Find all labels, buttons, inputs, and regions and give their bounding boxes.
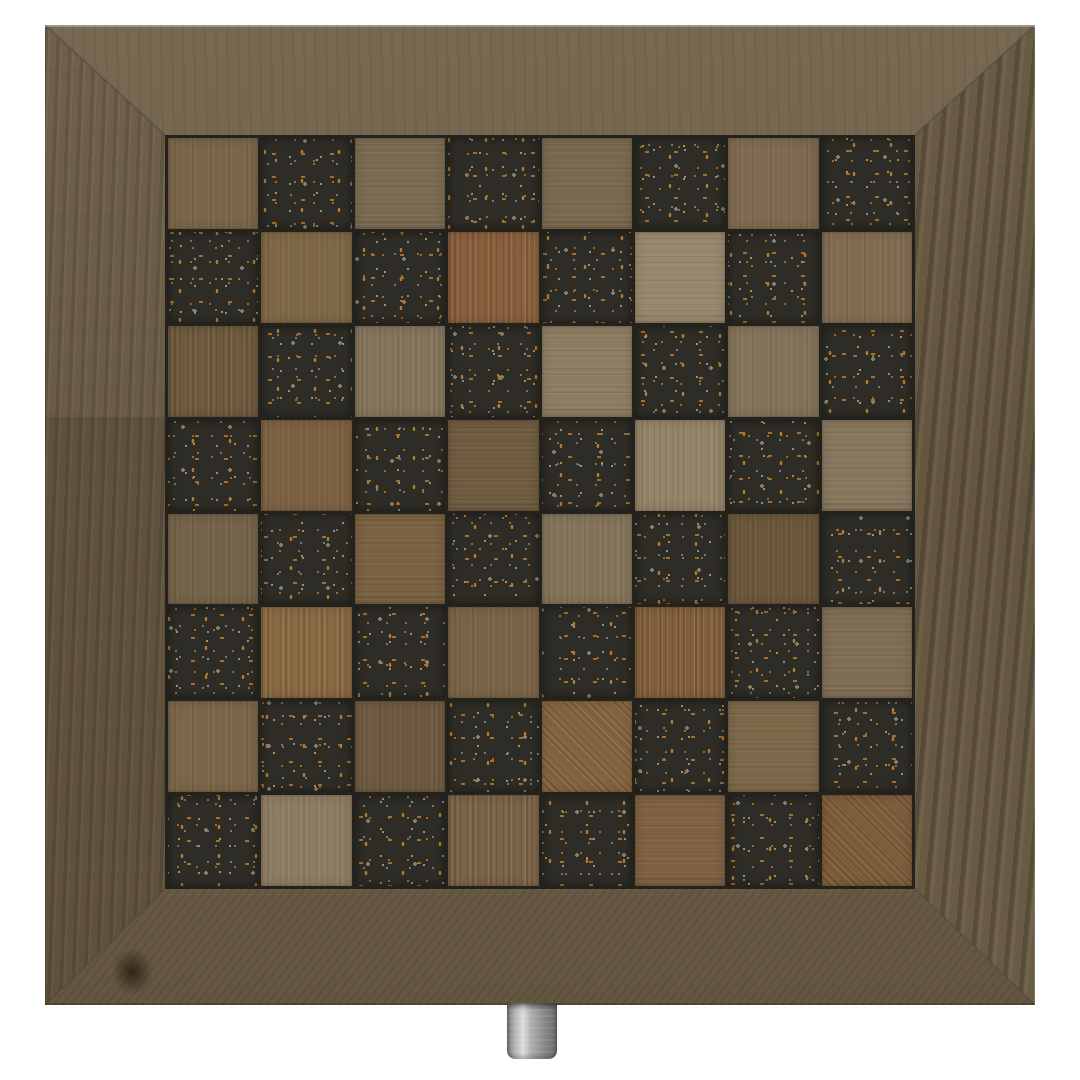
playing-area: [165, 135, 915, 889]
square-g5: [728, 420, 818, 511]
square-b3: [261, 607, 351, 698]
square-a5: [168, 420, 258, 511]
square-c7: [355, 232, 445, 323]
square-c5: [355, 420, 445, 511]
square-f7: [635, 232, 725, 323]
square-a3: [168, 607, 258, 698]
square-h5: [822, 420, 912, 511]
square-g3: [728, 607, 818, 698]
square-d1: [448, 795, 538, 886]
square-e7: [542, 232, 632, 323]
square-g4: [728, 514, 818, 605]
square-h7: [822, 232, 912, 323]
square-d5: [448, 420, 538, 511]
board-photo: [0, 0, 1080, 1080]
square-e3: [542, 607, 632, 698]
square-a8: [168, 138, 258, 229]
square-d3: [448, 607, 538, 698]
square-a2: [168, 701, 258, 792]
square-c4: [355, 514, 445, 605]
square-f2: [635, 701, 725, 792]
square-e2: [542, 701, 632, 792]
square-f5: [635, 420, 725, 511]
square-a4: [168, 514, 258, 605]
square-g1: [728, 795, 818, 886]
square-d8: [448, 138, 538, 229]
square-d4: [448, 514, 538, 605]
square-c1: [355, 795, 445, 886]
square-f6: [635, 326, 725, 417]
square-d6: [448, 326, 538, 417]
drawer-knob: [507, 1003, 557, 1059]
square-e4: [542, 514, 632, 605]
square-f1: [635, 795, 725, 886]
square-g7: [728, 232, 818, 323]
square-h6: [822, 326, 912, 417]
square-c3: [355, 607, 445, 698]
square-h2: [822, 701, 912, 792]
square-a7: [168, 232, 258, 323]
square-h8: [822, 138, 912, 229]
square-e8: [542, 138, 632, 229]
square-b1: [261, 795, 351, 886]
square-d7: [448, 232, 538, 323]
square-g8: [728, 138, 818, 229]
square-e5: [542, 420, 632, 511]
square-a1: [168, 795, 258, 886]
square-b2: [261, 701, 351, 792]
square-e1: [542, 795, 632, 886]
square-c6: [355, 326, 445, 417]
square-b7: [261, 232, 351, 323]
square-b8: [261, 138, 351, 229]
square-h4: [822, 514, 912, 605]
square-f4: [635, 514, 725, 605]
square-g6: [728, 326, 818, 417]
square-g2: [728, 701, 818, 792]
square-e6: [542, 326, 632, 417]
square-c2: [355, 701, 445, 792]
square-b4: [261, 514, 351, 605]
square-d2: [448, 701, 538, 792]
square-h3: [822, 607, 912, 698]
square-b5: [261, 420, 351, 511]
square-f8: [635, 138, 725, 229]
square-f3: [635, 607, 725, 698]
chessboard: [45, 25, 1035, 1005]
square-c8: [355, 138, 445, 229]
square-a6: [168, 326, 258, 417]
square-h1: [822, 795, 912, 886]
square-b6: [261, 326, 351, 417]
